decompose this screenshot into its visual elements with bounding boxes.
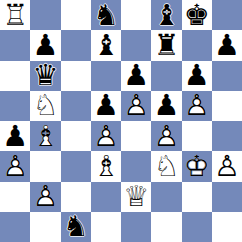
- piece-outline-glyph: ♙: [0, 151, 30, 181]
- piece-white-pawn: ♟♙: [151, 121, 181, 151]
- square-f6[interactable]: [151, 61, 181, 91]
- piece-black-bishop: ♝: [91, 30, 121, 60]
- square-a2[interactable]: [0, 182, 30, 212]
- piece-white-pawn: ♟♙: [212, 151, 242, 181]
- square-a5[interactable]: [0, 91, 30, 121]
- chess-board: ♜♖♞♝♚♟♝♜♟♛♟♟♞♘♟♟♙♟♟♙♟♝♗♟♙♟♙♟♙♝♗♞♘♚♔♟♙♟♙♛…: [0, 0, 242, 242]
- piece-black-pawn: ♟: [91, 91, 121, 121]
- square-a4[interactable]: ♟: [0, 121, 30, 151]
- square-a1[interactable]: [0, 212, 30, 242]
- square-d5[interactable]: ♟: [91, 91, 121, 121]
- square-d6[interactable]: [91, 61, 121, 91]
- square-b7[interactable]: ♟: [30, 30, 60, 60]
- square-d4[interactable]: ♟♙: [91, 121, 121, 151]
- square-d3[interactable]: ♝♗: [91, 151, 121, 181]
- square-d1[interactable]: [91, 212, 121, 242]
- square-e5[interactable]: ♟♙: [121, 91, 151, 121]
- square-h7[interactable]: ♟: [212, 30, 242, 60]
- piece-black-pawn: ♟: [151, 91, 181, 121]
- square-e6[interactable]: ♟: [121, 61, 151, 91]
- piece-black-king: ♚: [182, 0, 212, 30]
- square-h5[interactable]: [212, 91, 242, 121]
- square-g2[interactable]: [182, 182, 212, 212]
- square-g4[interactable]: [182, 121, 212, 151]
- piece-black-pawn: ♟: [0, 121, 30, 151]
- piece-outline-glyph: ♗: [30, 121, 60, 151]
- piece-outline-glyph: ♔: [182, 151, 212, 181]
- piece-black-queen: ♛: [30, 61, 60, 91]
- square-e7[interactable]: [121, 30, 151, 60]
- piece-black-pawn: ♟: [30, 30, 60, 60]
- square-c1[interactable]: ♞: [61, 212, 91, 242]
- piece-white-queen: ♛♕: [121, 182, 151, 212]
- piece-white-knight: ♞♘: [30, 91, 60, 121]
- square-e8[interactable]: [121, 0, 151, 30]
- square-h4[interactable]: [212, 121, 242, 151]
- piece-outline-glyph: ♘: [30, 91, 60, 121]
- square-h8[interactable]: [212, 0, 242, 30]
- square-b2[interactable]: ♟♙: [30, 182, 60, 212]
- piece-outline-glyph: ♙: [151, 121, 181, 151]
- square-g3[interactable]: ♚♔: [182, 151, 212, 181]
- square-a7[interactable]: [0, 30, 30, 60]
- square-g5[interactable]: ♟♙: [182, 91, 212, 121]
- square-e4[interactable]: [121, 121, 151, 151]
- square-a8[interactable]: ♜♖: [0, 0, 30, 30]
- square-f2[interactable]: [151, 182, 181, 212]
- square-f4[interactable]: ♟♙: [151, 121, 181, 151]
- square-f5[interactable]: ♟: [151, 91, 181, 121]
- piece-white-pawn: ♟♙: [91, 121, 121, 151]
- piece-outline-glyph: ♙: [212, 151, 242, 181]
- square-g6[interactable]: ♟: [182, 61, 212, 91]
- square-b1[interactable]: [30, 212, 60, 242]
- square-b8[interactable]: [30, 0, 60, 30]
- square-g7[interactable]: [182, 30, 212, 60]
- square-b4[interactable]: ♝♗: [30, 121, 60, 151]
- piece-outline-glyph: ♙: [91, 121, 121, 151]
- square-c8[interactable]: [61, 0, 91, 30]
- square-b5[interactable]: ♞♘: [30, 91, 60, 121]
- square-h2[interactable]: [212, 182, 242, 212]
- square-c7[interactable]: [61, 30, 91, 60]
- piece-white-knight: ♞♘: [151, 151, 181, 181]
- piece-black-knight: ♞: [91, 0, 121, 30]
- square-b6[interactable]: ♛: [30, 61, 60, 91]
- piece-black-pawn: ♟: [121, 61, 151, 91]
- square-f1[interactable]: [151, 212, 181, 242]
- piece-outline-glyph: ♙: [182, 91, 212, 121]
- piece-white-rook: ♜♖: [0, 0, 30, 30]
- square-d8[interactable]: ♞: [91, 0, 121, 30]
- piece-black-rook: ♜: [151, 30, 181, 60]
- square-c5[interactable]: [61, 91, 91, 121]
- piece-black-pawn: ♟: [212, 30, 242, 60]
- piece-outline-glyph: ♖: [0, 0, 30, 30]
- square-g1[interactable]: [182, 212, 212, 242]
- piece-outline-glyph: ♙: [30, 182, 60, 212]
- square-e3[interactable]: [121, 151, 151, 181]
- square-h1[interactable]: [212, 212, 242, 242]
- piece-white-pawn: ♟♙: [0, 151, 30, 181]
- piece-outline-glyph: ♗: [91, 151, 121, 181]
- piece-outline-glyph: ♕: [121, 182, 151, 212]
- piece-outline-glyph: ♘: [151, 151, 181, 181]
- piece-white-pawn: ♟♙: [121, 91, 151, 121]
- square-g8[interactable]: ♚: [182, 0, 212, 30]
- square-c6[interactable]: [61, 61, 91, 91]
- square-c4[interactable]: [61, 121, 91, 151]
- piece-white-pawn: ♟♙: [182, 91, 212, 121]
- square-d2[interactable]: [91, 182, 121, 212]
- square-a3[interactable]: ♟♙: [0, 151, 30, 181]
- square-a6[interactable]: [0, 61, 30, 91]
- square-e1[interactable]: [121, 212, 151, 242]
- piece-black-bishop: ♝: [151, 0, 181, 30]
- square-c2[interactable]: [61, 182, 91, 212]
- piece-white-bishop: ♝♗: [30, 121, 60, 151]
- piece-black-pawn: ♟: [182, 61, 212, 91]
- square-f3[interactable]: ♞♘: [151, 151, 181, 181]
- square-f7[interactable]: ♜: [151, 30, 181, 60]
- piece-white-bishop: ♝♗: [91, 151, 121, 181]
- piece-white-pawn: ♟♙: [30, 182, 60, 212]
- piece-white-king: ♚♔: [182, 151, 212, 181]
- square-h6[interactable]: [212, 61, 242, 91]
- square-e2[interactable]: ♛♕: [121, 182, 151, 212]
- piece-outline-glyph: ♙: [121, 91, 151, 121]
- square-c3[interactable]: [61, 151, 91, 181]
- square-d7[interactable]: ♝: [91, 30, 121, 60]
- piece-black-knight: ♞: [61, 212, 91, 242]
- square-f8[interactable]: ♝: [151, 0, 181, 30]
- square-h3[interactable]: ♟♙: [212, 151, 242, 181]
- square-b3[interactable]: [30, 151, 60, 181]
